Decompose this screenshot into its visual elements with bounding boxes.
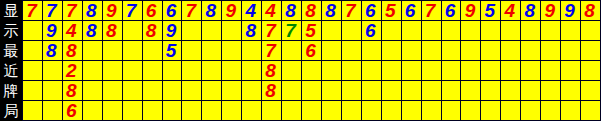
cell-r5c3: 8 [63, 81, 82, 100]
cell-r4c14 [282, 61, 301, 80]
cell-r1c24: 5 [481, 1, 500, 20]
cell-r3c18 [362, 41, 381, 60]
digit-r: 8 [584, 1, 595, 20]
cell-r6c7 [143, 101, 162, 120]
digit-r: 7 [265, 21, 276, 40]
cell-r3c12 [242, 41, 261, 60]
cell-r4c24 [481, 61, 500, 80]
digit-b: 9 [564, 1, 575, 20]
digit-b: 6 [365, 1, 376, 20]
cell-r5c24 [481, 81, 500, 100]
digit-r: 8 [106, 21, 117, 40]
cell-r1c6: 7 [123, 1, 142, 20]
cell-r1c13: 4 [262, 1, 281, 20]
digit-b: 9 [166, 21, 177, 40]
cell-r1c19: 5 [382, 1, 401, 20]
cell-r5c11 [222, 81, 241, 100]
cell-r5c19 [382, 81, 401, 100]
digit-r: 8 [146, 21, 157, 40]
cell-r3c4 [83, 41, 102, 60]
cell-r4c29 [581, 61, 600, 80]
cell-r1c5: 9 [103, 1, 122, 20]
cell-r2c11 [222, 21, 241, 40]
cell-r4c8 [163, 61, 182, 80]
cell-r2c27 [541, 21, 560, 40]
cell-r2c15: 5 [302, 21, 321, 40]
cell-r5c29 [581, 81, 600, 100]
cell-r2c4: 8 [83, 21, 102, 40]
cell-r4c26 [521, 61, 540, 80]
cell-r6c16 [322, 101, 341, 120]
cell-r5c6 [123, 81, 142, 100]
cell-r4c23 [461, 61, 480, 80]
cell-r1c3: 7 [63, 1, 82, 20]
digit-b: 8 [285, 1, 296, 20]
cell-r6c13 [262, 101, 281, 120]
cell-r5c23 [461, 81, 480, 100]
cell-r6c15 [302, 101, 321, 120]
cell-r3c13: 7 [262, 41, 281, 60]
cell-r5c20 [402, 81, 421, 100]
cell-r5c26 [521, 81, 540, 100]
cell-r4c18 [362, 61, 381, 80]
cell-r3c11 [222, 41, 241, 60]
digit-r: 6 [305, 41, 316, 60]
cell-r5c8 [163, 81, 182, 100]
cell-r3c21 [422, 41, 441, 60]
cell-r4c17 [342, 61, 361, 80]
cell-r6c10 [202, 101, 221, 120]
cell-r3c1 [23, 41, 42, 60]
cell-r2c20 [402, 21, 421, 40]
cell-r4c10 [202, 61, 221, 80]
digit-r: 6 [146, 1, 157, 20]
cell-r4c5 [103, 61, 122, 80]
digit-r: 9 [106, 1, 117, 20]
cell-r4c9 [182, 61, 201, 80]
cell-r4c12 [242, 61, 261, 80]
digit-r: 4 [505, 1, 516, 20]
digit-r: 7 [26, 1, 37, 20]
digit-b: 8 [46, 41, 57, 60]
cell-r5c14 [282, 81, 301, 100]
cell-r4c13: 8 [262, 61, 281, 80]
cell-r3c16 [322, 41, 341, 60]
cell-r1c27: 9 [541, 1, 560, 20]
number-grid: 7778976678944888765676954899894888987756… [22, 0, 601, 121]
digit-r: 7 [345, 1, 356, 20]
cell-r4c19 [382, 61, 401, 80]
cell-r2c1 [23, 21, 42, 40]
cell-r5c17 [342, 81, 361, 100]
cell-r3c5 [103, 41, 122, 60]
cell-r4c15 [302, 61, 321, 80]
digit-b: 4 [245, 1, 256, 20]
cell-r4c11 [222, 61, 241, 80]
cell-r3c2: 8 [43, 41, 62, 60]
cell-r6c1 [23, 101, 42, 120]
digit-b: 8 [524, 1, 535, 20]
cell-r1c23: 9 [461, 1, 480, 20]
cell-r2c29 [581, 21, 600, 40]
cell-r3c14 [282, 41, 301, 60]
cell-r3c20 [402, 41, 421, 60]
cell-r5c10 [202, 81, 221, 100]
cell-r1c21: 7 [422, 1, 441, 20]
cell-r5c25 [501, 81, 520, 100]
cell-r3c25 [501, 41, 520, 60]
cell-r6c23 [461, 101, 480, 120]
cell-r4c21 [422, 61, 441, 80]
cell-r2c13: 7 [262, 21, 281, 40]
cell-r1c9: 7 [182, 1, 201, 20]
cell-r5c12 [242, 81, 261, 100]
title-char-1: 显 [0, 0, 22, 20]
cell-r6c11 [222, 101, 241, 120]
cell-r3c7 [143, 41, 162, 60]
cell-r5c1 [23, 81, 42, 100]
title-char-3: 最 [0, 40, 22, 60]
cell-r6c27 [541, 101, 560, 120]
cell-r5c15 [302, 81, 321, 100]
cell-r1c17: 7 [342, 1, 361, 20]
digit-g: 7 [285, 21, 296, 40]
cell-r1c18: 6 [362, 1, 381, 20]
title-char-6: 局 [0, 101, 22, 121]
title-char-5: 牌 [0, 81, 22, 101]
cell-r2c24 [481, 21, 500, 40]
cell-r6c8 [163, 101, 182, 120]
cell-r5c16 [322, 81, 341, 100]
digit-b: 5 [166, 41, 177, 60]
cell-r1c7: 6 [143, 1, 162, 20]
digit-r: 9 [225, 1, 236, 20]
cell-r6c5 [103, 101, 122, 120]
cell-r3c17 [342, 41, 361, 60]
cell-r2c18: 6 [362, 21, 381, 40]
cell-r2c14: 7 [282, 21, 301, 40]
cell-r2c6 [123, 21, 142, 40]
cell-r1c22: 6 [442, 1, 461, 20]
cell-r2c22 [442, 21, 461, 40]
cell-r3c29 [581, 41, 600, 60]
cell-r3c10 [202, 41, 221, 60]
cell-r3c26 [521, 41, 540, 60]
cell-r1c29: 8 [581, 1, 600, 20]
digit-r: 7 [425, 1, 436, 20]
digit-r: 4 [66, 21, 77, 40]
cell-r6c17 [342, 101, 361, 120]
cell-r5c9 [182, 81, 201, 100]
cell-r6c19 [382, 101, 401, 120]
cell-r2c17 [342, 21, 361, 40]
digit-r: 8 [66, 41, 77, 60]
digit-r: 6 [66, 101, 77, 120]
board-title-vertical: 显 示 最 近 牌 局 [0, 0, 22, 121]
cell-r6c20 [402, 101, 421, 120]
cell-r3c23 [461, 41, 480, 60]
cell-r5c18 [362, 81, 381, 100]
digit-b: 6 [445, 1, 456, 20]
cell-r1c11: 9 [222, 1, 241, 20]
digit-b: 6 [365, 21, 376, 40]
cell-r3c3: 8 [63, 41, 82, 60]
cell-r2c28 [561, 21, 580, 40]
cell-r6c24 [481, 101, 500, 120]
digit-b: 8 [86, 1, 97, 20]
digit-b: 9 [46, 21, 57, 40]
cell-r6c29 [581, 101, 600, 120]
cell-r6c12 [242, 101, 261, 120]
title-char-2: 示 [0, 20, 22, 40]
cell-r4c7 [143, 61, 162, 80]
cell-r6c22 [442, 101, 461, 120]
cell-r1c15: 8 [302, 1, 321, 20]
digit-r: 7 [186, 1, 197, 20]
digit-r: 2 [66, 61, 77, 80]
digit-r: 5 [385, 1, 396, 20]
cell-r6c21 [422, 101, 441, 120]
cell-r2c3: 4 [63, 21, 82, 40]
digit-r: 5 [305, 21, 316, 40]
cell-r3c24 [481, 41, 500, 60]
cell-r5c2 [43, 81, 62, 100]
cell-r2c21 [422, 21, 441, 40]
cell-r6c18 [362, 101, 381, 120]
cell-r4c2 [43, 61, 62, 80]
cell-r2c9 [182, 21, 201, 40]
cell-r4c6 [123, 61, 142, 80]
cell-r1c8: 6 [163, 1, 182, 20]
cell-r5c21 [422, 81, 441, 100]
cell-r5c7 [143, 81, 162, 100]
cell-r6c26 [521, 101, 540, 120]
cell-r1c4: 8 [83, 1, 102, 20]
cell-r5c5 [103, 81, 122, 100]
digit-r: 8 [265, 81, 276, 100]
cell-r3c9 [182, 41, 201, 60]
cell-r3c19 [382, 41, 401, 60]
title-char-4: 近 [0, 60, 22, 80]
cell-r2c8: 9 [163, 21, 182, 40]
digit-b: 7 [126, 1, 137, 20]
cell-r2c25 [501, 21, 520, 40]
cell-r4c1 [23, 61, 42, 80]
cell-r3c28 [561, 41, 580, 60]
recent-games-scoreboard: 显 示 最 近 牌 局 7778976678944888765676954899… [0, 0, 601, 121]
cell-r1c1: 7 [23, 1, 42, 20]
digit-b: 6 [405, 1, 416, 20]
cell-r5c28 [561, 81, 580, 100]
cell-r3c6 [123, 41, 142, 60]
cell-r3c15: 6 [302, 41, 321, 60]
cell-r2c16 [322, 21, 341, 40]
cell-r4c25 [501, 61, 520, 80]
cell-r5c4 [83, 81, 102, 100]
cell-r3c8: 5 [163, 41, 182, 60]
cell-r2c10 [202, 21, 221, 40]
cell-r1c28: 9 [561, 1, 580, 20]
cell-r4c4 [83, 61, 102, 80]
cell-r1c10: 8 [202, 1, 221, 20]
cell-r5c22 [442, 81, 461, 100]
cell-r5c27 [541, 81, 560, 100]
digit-b: 7 [46, 1, 57, 20]
digit-b: 8 [245, 21, 256, 40]
cell-r6c25 [501, 101, 520, 120]
cell-r2c2: 9 [43, 21, 62, 40]
cell-r6c6 [123, 101, 142, 120]
cell-r6c2 [43, 101, 62, 120]
cell-r2c23 [461, 21, 480, 40]
cell-r5c13: 8 [262, 81, 281, 100]
digit-r: 9 [465, 1, 476, 20]
digit-r: 7 [265, 41, 276, 60]
cell-r2c7: 8 [143, 21, 162, 40]
cell-r6c9 [182, 101, 201, 120]
digit-r: 8 [305, 1, 316, 20]
cell-r2c12: 8 [242, 21, 261, 40]
digit-r: 8 [265, 61, 276, 80]
cell-r6c14 [282, 101, 301, 120]
digit-b: 8 [325, 1, 336, 20]
cell-r1c14: 8 [282, 1, 301, 20]
digit-b: 6 [166, 1, 177, 20]
digit-b: 5 [485, 1, 496, 20]
cell-r6c4 [83, 101, 102, 120]
cell-r4c28 [561, 61, 580, 80]
cell-r1c2: 7 [43, 1, 62, 20]
cell-r1c20: 6 [402, 1, 421, 20]
cell-r6c28 [561, 101, 580, 120]
cell-r3c22 [442, 41, 461, 60]
digit-b: 8 [86, 21, 97, 40]
cell-r2c26 [521, 21, 540, 40]
cell-r4c22 [442, 61, 461, 80]
cell-r2c19 [382, 21, 401, 40]
digit-r: 4 [265, 1, 276, 20]
cell-r2c5: 8 [103, 21, 122, 40]
cell-r4c27 [541, 61, 560, 80]
cell-r3c27 [541, 41, 560, 60]
digit-b: 8 [206, 1, 217, 20]
cell-r4c20 [402, 61, 421, 80]
cell-r1c25: 4 [501, 1, 520, 20]
digit-r: 8 [66, 81, 77, 100]
digit-r: 7 [66, 1, 77, 20]
cell-r6c3: 6 [63, 101, 82, 120]
cell-r4c16 [322, 61, 341, 80]
cell-r4c3: 2 [63, 61, 82, 80]
cell-r1c16: 8 [322, 1, 341, 20]
cell-r1c26: 8 [521, 1, 540, 20]
digit-r: 9 [544, 1, 555, 20]
cell-r1c12: 4 [242, 1, 261, 20]
